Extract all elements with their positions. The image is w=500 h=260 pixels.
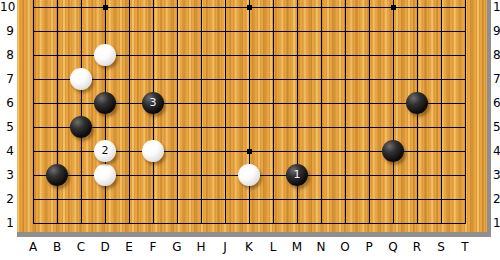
move-number-3: 3 (150, 92, 157, 114)
grid-line-col-K (249, 0, 250, 224)
grid-line-col-S (441, 0, 442, 224)
col-label-B: B (45, 239, 69, 255)
white-stone-D4[interactable]: 2 (94, 140, 116, 162)
row-label-right-10: 10 (493, 0, 500, 15)
move-number-1: 1 (294, 164, 301, 186)
grid-line-col-L (273, 0, 274, 224)
white-stone-K3[interactable] (238, 164, 260, 186)
row-label-left-3: 3 (0, 167, 14, 183)
row-label-right-6: 6 (493, 95, 500, 111)
col-label-P: P (357, 239, 381, 255)
grid-line-col-H (201, 0, 202, 224)
star-point-K10 (247, 5, 252, 10)
row-label-right-4: 4 (493, 143, 500, 159)
row-label-left-1: 1 (0, 215, 14, 231)
col-label-F: F (141, 239, 165, 255)
row-label-left-4: 4 (0, 143, 14, 159)
grid-line-col-J (225, 0, 226, 224)
col-label-H: H (189, 239, 213, 255)
row-label-left-5: 5 (0, 119, 14, 135)
white-stone-F4[interactable] (142, 140, 164, 162)
col-label-J: J (213, 239, 237, 255)
grid-line-row-1 (33, 223, 466, 224)
grid-line-col-T (465, 0, 466, 224)
grid-line-col-N (321, 0, 322, 224)
grid-line-col-C (81, 0, 82, 224)
row-label-left-2: 2 (0, 191, 14, 207)
grid-line-col-M (297, 0, 298, 224)
row-label-left-8: 8 (0, 47, 14, 63)
col-label-S: S (429, 239, 453, 255)
col-label-E: E (117, 239, 141, 255)
black-stone-C5[interactable] (70, 116, 92, 138)
black-stone-B3[interactable] (46, 164, 68, 186)
col-label-N: N (309, 239, 333, 255)
row-label-left-7: 7 (0, 71, 14, 87)
col-label-C: C (69, 239, 93, 255)
col-label-T: T (453, 239, 477, 255)
col-label-K: K (237, 239, 261, 255)
black-stone-M3[interactable]: 1 (286, 164, 308, 186)
row-label-right-2: 2 (493, 191, 500, 207)
row-label-right-7: 7 (493, 71, 500, 87)
grid-line-col-A (33, 0, 34, 224)
col-label-O: O (333, 239, 357, 255)
grid-line-row-9 (33, 31, 466, 32)
grid-line-row-7 (33, 79, 466, 80)
go-diagram: 312 1010998877665544332211ABCDEFGHJKLMNO… (0, 0, 500, 260)
white-stone-D8[interactable] (94, 44, 116, 66)
row-label-left-6: 6 (0, 95, 14, 111)
row-label-right-8: 8 (493, 47, 500, 63)
grid-line-col-E (129, 0, 130, 224)
row-label-right-5: 5 (493, 119, 500, 135)
col-label-L: L (261, 239, 285, 255)
grid-line-col-Q (393, 0, 394, 224)
col-label-M: M (285, 239, 309, 255)
col-label-G: G (165, 239, 189, 255)
white-stone-C7[interactable] (70, 68, 92, 90)
star-point-D10 (103, 5, 108, 10)
grid-line-col-G (177, 0, 178, 224)
grid-line-row-5 (33, 127, 466, 128)
grid-line-col-B (57, 0, 58, 224)
star-point-Q10 (391, 5, 396, 10)
black-stone-D6[interactable] (94, 92, 116, 114)
grid-line-col-P (369, 0, 370, 224)
black-stone-R6[interactable] (406, 92, 428, 114)
grid-line-row-2 (33, 199, 466, 200)
col-label-R: R (405, 239, 429, 255)
grid-line-col-O (345, 0, 346, 224)
row-label-right-1: 1 (493, 215, 500, 231)
col-label-Q: Q (381, 239, 405, 255)
row-label-right-3: 3 (493, 167, 500, 183)
col-label-A: A (21, 239, 45, 255)
row-label-right-9: 9 (493, 23, 500, 39)
star-point-K4 (247, 149, 252, 154)
black-stone-F6[interactable]: 3 (142, 92, 164, 114)
white-stone-D3[interactable] (94, 164, 116, 186)
row-label-left-9: 9 (0, 23, 14, 39)
col-label-D: D (93, 239, 117, 255)
go-board[interactable]: 312 (17, 0, 491, 237)
move-number-2: 2 (102, 140, 109, 162)
black-stone-Q4[interactable] (382, 140, 404, 162)
row-label-left-10: 10 (0, 0, 14, 15)
